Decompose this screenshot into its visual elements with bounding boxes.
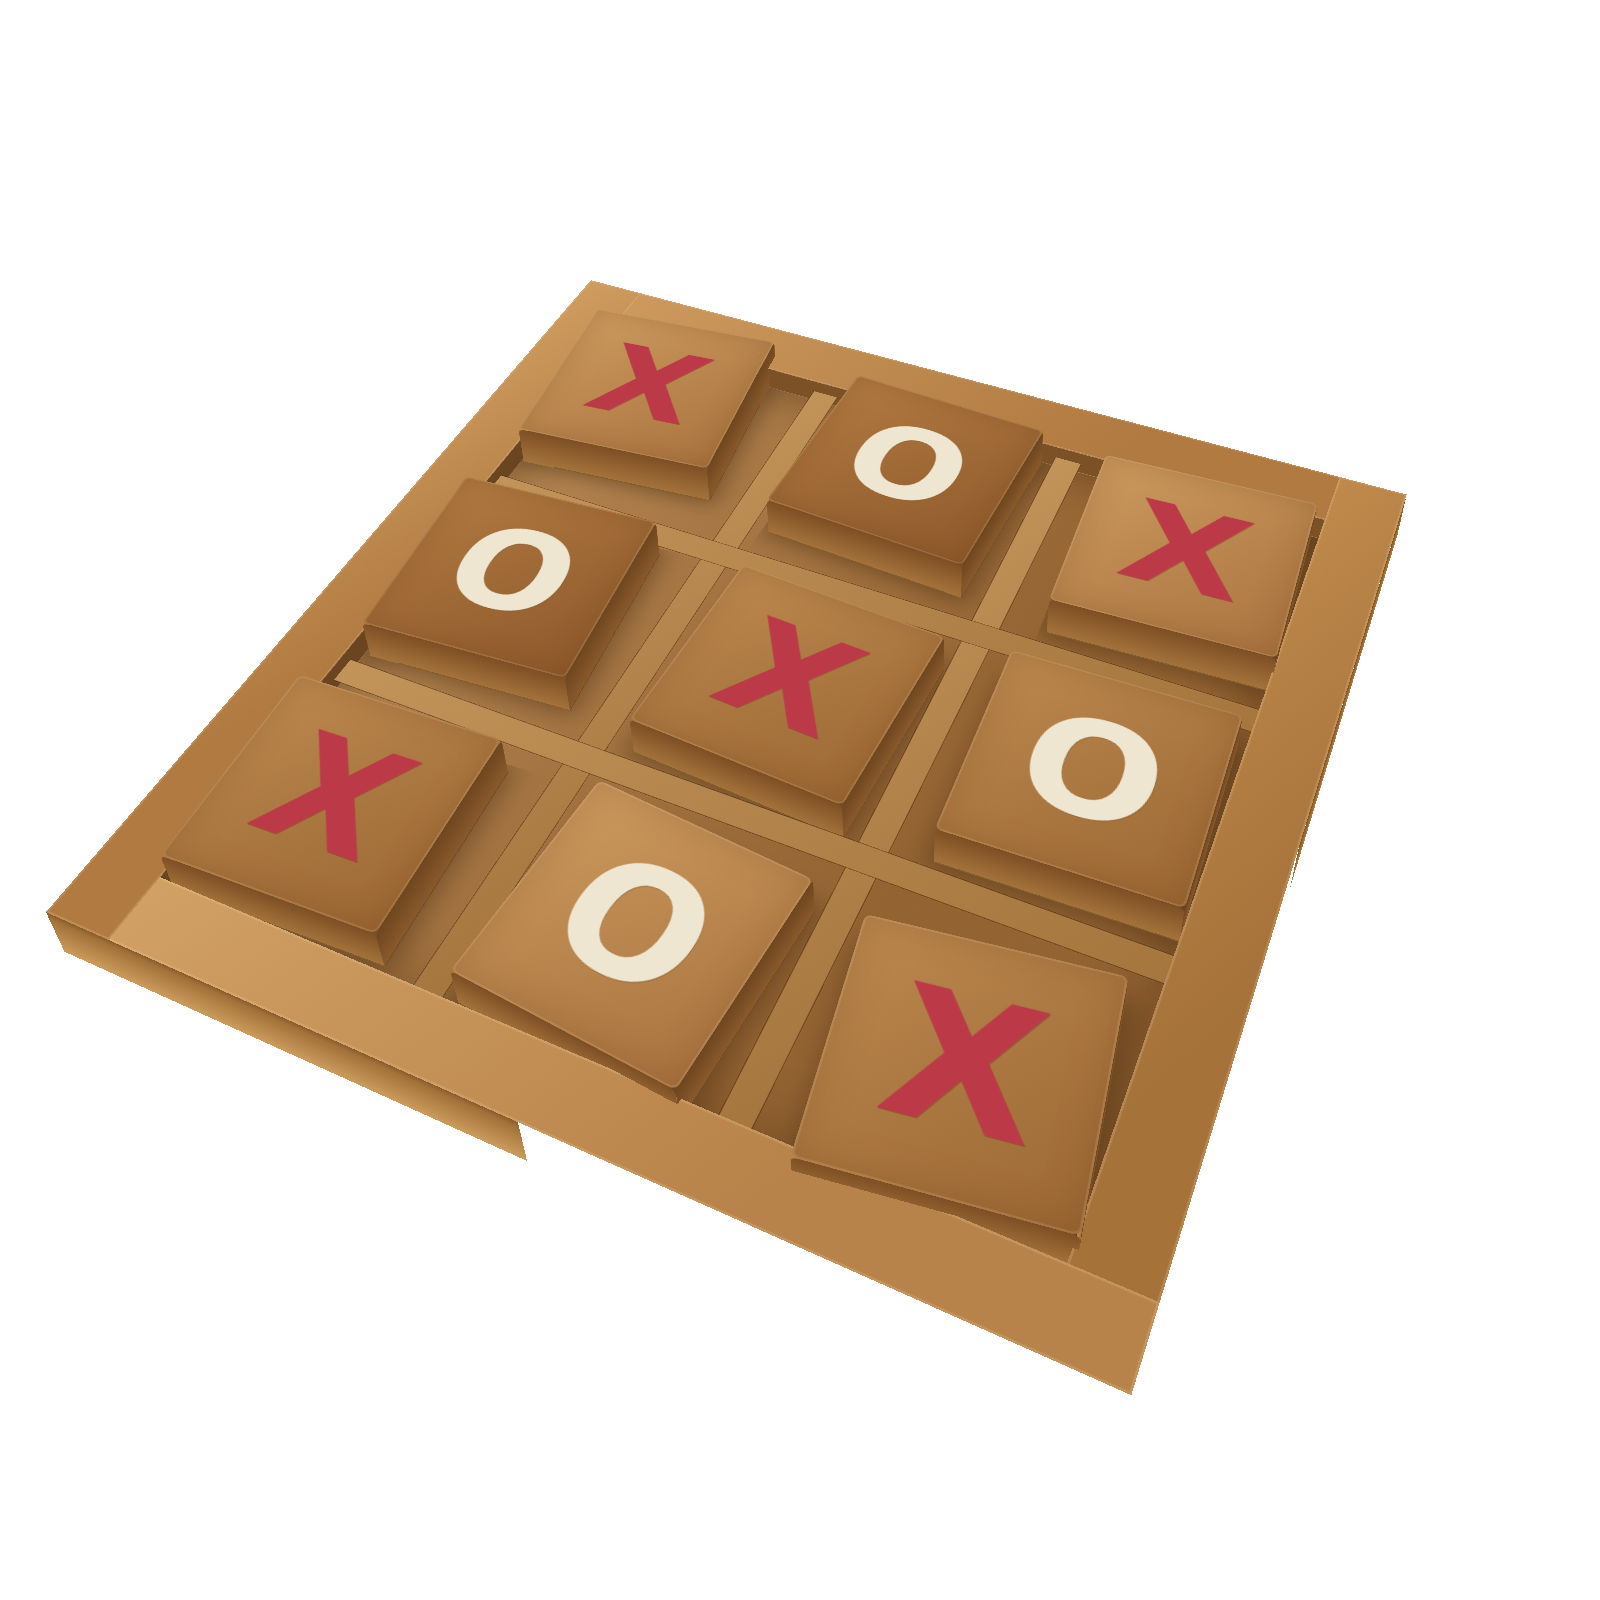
- scene: X O: [0, 0, 1600, 1520]
- piece-x-icon: X: [865, 959, 1061, 1176]
- piece-o-icon: O: [1000, 691, 1182, 857]
- cube-x[interactable]: X: [524, 341, 776, 502]
- piece-o-icon: O: [823, 406, 989, 527]
- piece-x-icon: X: [228, 713, 437, 885]
- piece-x-icon: X: [572, 332, 725, 440]
- tictactoe-board: X O: [55, 298, 1403, 1412]
- piece-x-icon: X: [1107, 485, 1263, 621]
- piece-o-icon: O: [522, 830, 743, 1026]
- piece-x-icon: X: [693, 601, 884, 759]
- product-photo: X O: [0, 0, 1600, 1520]
- piece-o-icon: O: [422, 508, 599, 638]
